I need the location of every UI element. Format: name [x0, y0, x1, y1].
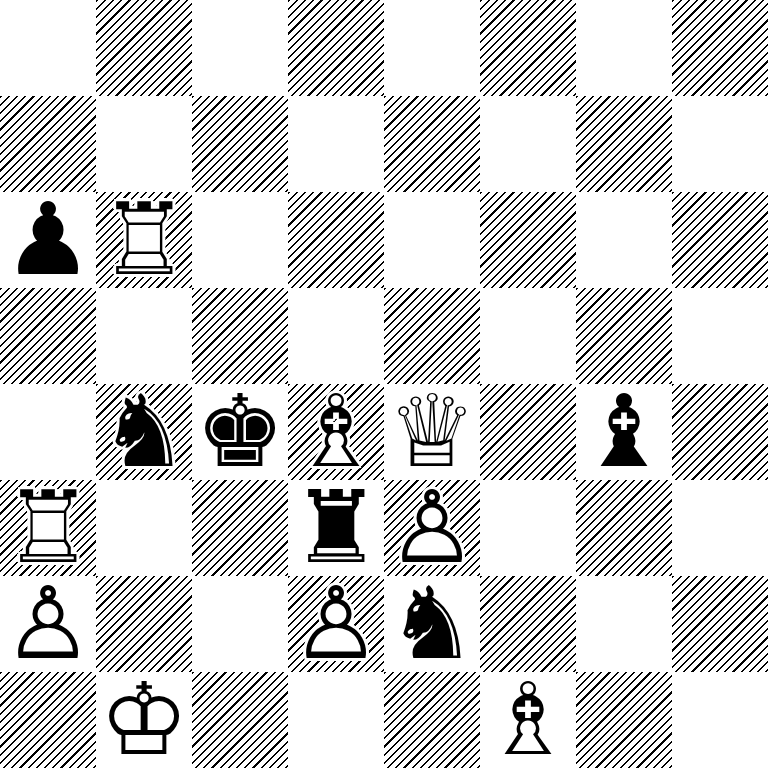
square-f1[interactable]: ♝♗	[480, 672, 576, 768]
square-e5[interactable]	[384, 288, 480, 384]
square-g4[interactable]: ♝	[576, 384, 672, 480]
square-c1[interactable]	[192, 672, 288, 768]
square-g3[interactable]	[576, 480, 672, 576]
square-d6[interactable]	[288, 192, 384, 288]
square-b5[interactable]	[96, 288, 192, 384]
white-pawn-outline-icon: ♙	[288, 576, 384, 672]
square-h2[interactable]	[672, 576, 768, 672]
square-b6[interactable]: ♜♖	[96, 192, 192, 288]
square-g6[interactable]	[576, 192, 672, 288]
white-queen-outline-icon: ♕	[384, 384, 480, 480]
chess-diagram: ♟♜♖♞♚♝♗♛♕♝♜♖♜♟♙♟♙♟♙♞♚♔♝♗	[0, 0, 768, 768]
square-g2[interactable]	[576, 576, 672, 672]
square-f7[interactable]	[480, 96, 576, 192]
square-b8[interactable]	[96, 0, 192, 96]
square-e3[interactable]: ♟♙	[384, 480, 480, 576]
white-rook-outline-icon: ♖	[96, 192, 192, 288]
square-c6[interactable]	[192, 192, 288, 288]
square-b3[interactable]	[96, 480, 192, 576]
square-e6[interactable]	[384, 192, 480, 288]
black-bishop[interactable]: ♝	[576, 384, 672, 480]
square-d4[interactable]: ♝♗	[288, 384, 384, 480]
white-bishop-outline-icon: ♗	[480, 672, 576, 768]
square-f8[interactable]	[480, 0, 576, 96]
square-e4[interactable]: ♛♕	[384, 384, 480, 480]
white-rook-outline-icon: ♖	[0, 480, 96, 576]
square-h4[interactable]	[672, 384, 768, 480]
chess-board: ♟♜♖♞♚♝♗♛♕♝♜♖♜♟♙♟♙♟♙♞♚♔♝♗	[0, 0, 768, 768]
square-d1[interactable]	[288, 672, 384, 768]
square-b1[interactable]: ♚♔	[96, 672, 192, 768]
square-d5[interactable]	[288, 288, 384, 384]
black-knight[interactable]: ♞	[96, 384, 192, 480]
white-pawn[interactable]: ♟♙	[384, 480, 480, 576]
square-h8[interactable]	[672, 0, 768, 96]
white-rook[interactable]: ♜♖	[0, 480, 96, 576]
square-a5[interactable]	[0, 288, 96, 384]
square-c5[interactable]	[192, 288, 288, 384]
square-b2[interactable]	[96, 576, 192, 672]
square-f2[interactable]	[480, 576, 576, 672]
square-e7[interactable]	[384, 96, 480, 192]
white-king-outline-icon: ♔	[96, 672, 192, 768]
white-king[interactable]: ♚♔	[96, 672, 192, 768]
square-f4[interactable]	[480, 384, 576, 480]
square-d8[interactable]	[288, 0, 384, 96]
black-knight-icon: ♞	[96, 384, 192, 480]
black-king[interactable]: ♚	[192, 384, 288, 480]
square-f5[interactable]	[480, 288, 576, 384]
square-d7[interactable]	[288, 96, 384, 192]
square-f6[interactable]	[480, 192, 576, 288]
black-rook[interactable]: ♜	[288, 480, 384, 576]
square-b7[interactable]	[96, 96, 192, 192]
square-a4[interactable]	[0, 384, 96, 480]
square-d3[interactable]: ♜	[288, 480, 384, 576]
square-f3[interactable]	[480, 480, 576, 576]
black-king-icon: ♚	[192, 384, 288, 480]
square-g7[interactable]	[576, 96, 672, 192]
black-knight-icon: ♞	[384, 576, 480, 672]
black-pawn-icon: ♟	[0, 192, 96, 288]
square-h3[interactable]	[672, 480, 768, 576]
square-c3[interactable]	[192, 480, 288, 576]
square-h6[interactable]	[672, 192, 768, 288]
white-pawn-outline-icon: ♙	[0, 576, 96, 672]
square-a8[interactable]	[0, 0, 96, 96]
white-pawn[interactable]: ♟♙	[288, 576, 384, 672]
white-pawn[interactable]: ♟♙	[0, 576, 96, 672]
square-a7[interactable]	[0, 96, 96, 192]
black-rook-icon: ♜	[288, 480, 384, 576]
square-a6[interactable]: ♟	[0, 192, 96, 288]
square-e1[interactable]	[384, 672, 480, 768]
square-g8[interactable]	[576, 0, 672, 96]
square-d2[interactable]: ♟♙	[288, 576, 384, 672]
square-h7[interactable]	[672, 96, 768, 192]
square-c7[interactable]	[192, 96, 288, 192]
square-h5[interactable]	[672, 288, 768, 384]
white-bishop-outline-icon: ♗	[288, 384, 384, 480]
white-bishop[interactable]: ♝♗	[480, 672, 576, 768]
square-c2[interactable]	[192, 576, 288, 672]
white-rook[interactable]: ♜♖	[96, 192, 192, 288]
black-knight[interactable]: ♞	[384, 576, 480, 672]
square-a3[interactable]: ♜♖	[0, 480, 96, 576]
white-pawn-outline-icon: ♙	[384, 480, 480, 576]
square-b4[interactable]: ♞	[96, 384, 192, 480]
square-e8[interactable]	[384, 0, 480, 96]
square-a1[interactable]	[0, 672, 96, 768]
square-g1[interactable]	[576, 672, 672, 768]
square-c4[interactable]: ♚	[192, 384, 288, 480]
square-e2[interactable]: ♞	[384, 576, 480, 672]
black-bishop-icon: ♝	[576, 384, 672, 480]
white-queen[interactable]: ♛♕	[384, 384, 480, 480]
black-pawn[interactable]: ♟	[0, 192, 96, 288]
square-a2[interactable]: ♟♙	[0, 576, 96, 672]
square-h1[interactable]	[672, 672, 768, 768]
square-c8[interactable]	[192, 0, 288, 96]
square-g5[interactable]	[576, 288, 672, 384]
white-bishop[interactable]: ♝♗	[288, 384, 384, 480]
